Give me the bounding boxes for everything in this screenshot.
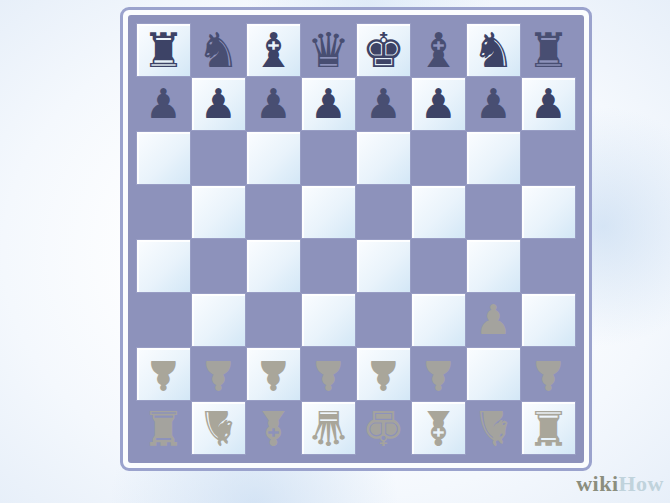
black-bishop-f8: ♝: [417, 26, 460, 74]
square-h5: [521, 185, 576, 239]
white-pawn-c2: ♟: [255, 354, 292, 395]
black-pawn-a7: ♟: [145, 84, 182, 125]
square-e6: [356, 131, 411, 185]
square-c4: [246, 239, 301, 293]
square-h1: ♜: [521, 401, 576, 455]
square-c5: [246, 185, 301, 239]
square-g2: [466, 347, 521, 401]
black-pawn-c7: ♟: [255, 84, 292, 125]
square-h4: [521, 239, 576, 293]
square-b1: ♞: [191, 401, 246, 455]
black-rook-h8: ♜: [527, 26, 570, 74]
black-king-e8: ♚: [362, 26, 405, 74]
black-pawn-b7: ♟: [200, 84, 237, 125]
square-d4: [301, 239, 356, 293]
square-a3: [136, 293, 191, 347]
black-pawn-d7: ♟: [310, 84, 347, 125]
square-e8: ♚: [356, 23, 411, 77]
black-pawn-f7: ♟: [420, 84, 457, 125]
square-b6: [191, 131, 246, 185]
square-a5: [136, 185, 191, 239]
square-g6: [466, 131, 521, 185]
square-a7: ♟: [136, 77, 191, 131]
square-a6: [136, 131, 191, 185]
square-f1: ♝: [411, 401, 466, 455]
square-h2: ♟: [521, 347, 576, 401]
square-g3: ♟: [466, 293, 521, 347]
black-pawn-h7: ♟: [530, 84, 567, 125]
chess-board: ♜♞♝♛♚♝♞♜♟♟♟♟♟♟♟♟♟♟♟♟♟♟♟♟♜♞♝♛♚♝♞♜: [120, 7, 592, 471]
square-h3: [521, 293, 576, 347]
square-a8: ♜: [136, 23, 191, 77]
square-a2: ♟: [136, 347, 191, 401]
square-c7: ♟: [246, 77, 301, 131]
white-rook-a1: ♜: [142, 404, 185, 452]
square-g4: [466, 239, 521, 293]
square-b3: [191, 293, 246, 347]
square-f6: [411, 131, 466, 185]
square-g7: ♟: [466, 77, 521, 131]
watermark-how: How: [619, 471, 665, 496]
white-king-e1: ♚: [362, 404, 405, 452]
square-d2: ♟: [301, 347, 356, 401]
illustration-canvas: ♜♞♝♛♚♝♞♜♟♟♟♟♟♟♟♟♟♟♟♟♟♟♟♟♜♞♝♛♚♝♞♜ wikiHow: [0, 0, 670, 503]
watermark-wiki: wiki: [576, 471, 618, 496]
square-e3: [356, 293, 411, 347]
square-d6: [301, 131, 356, 185]
square-b7: ♟: [191, 77, 246, 131]
square-e7: ♟: [356, 77, 411, 131]
square-f4: [411, 239, 466, 293]
square-c3: [246, 293, 301, 347]
square-g5: [466, 185, 521, 239]
white-bishop-c1: ♝: [252, 404, 295, 452]
black-knight-g8: ♞: [472, 26, 515, 74]
square-d8: ♛: [301, 23, 356, 77]
white-pawn-a2: ♟: [145, 354, 182, 395]
black-queen-d8: ♛: [307, 26, 350, 74]
square-h7: ♟: [521, 77, 576, 131]
square-a4: [136, 239, 191, 293]
white-queen-d1: ♛: [307, 404, 350, 452]
square-d1: ♛: [301, 401, 356, 455]
square-b5: [191, 185, 246, 239]
square-h8: ♜: [521, 23, 576, 77]
white-pawn-b2: ♟: [200, 354, 237, 395]
square-f3: [411, 293, 466, 347]
square-b4: [191, 239, 246, 293]
square-e2: ♟: [356, 347, 411, 401]
square-d5: [301, 185, 356, 239]
black-knight-b8: ♞: [197, 26, 240, 74]
black-pawn-e7: ♟: [365, 84, 402, 125]
wikihow-watermark: wikiHow: [576, 471, 664, 497]
square-c8: ♝: [246, 23, 301, 77]
square-f2: ♟: [411, 347, 466, 401]
white-knight-b1: ♞: [197, 404, 240, 452]
square-f5: [411, 185, 466, 239]
black-pawn-g7: ♟: [475, 84, 512, 125]
square-g1: ♞: [466, 401, 521, 455]
white-rook-h1: ♜: [527, 404, 570, 452]
square-e1: ♚: [356, 401, 411, 455]
white-pawn-g3: ♟: [475, 300, 512, 341]
white-pawn-d2: ♟: [310, 354, 347, 395]
square-b2: ♟: [191, 347, 246, 401]
white-knight-g1: ♞: [472, 404, 515, 452]
white-bishop-f1: ♝: [417, 404, 460, 452]
square-h6: [521, 131, 576, 185]
square-a1: ♜: [136, 401, 191, 455]
white-pawn-e2: ♟: [365, 354, 402, 395]
square-f8: ♝: [411, 23, 466, 77]
white-pawn-f2: ♟: [420, 354, 457, 395]
square-d3: [301, 293, 356, 347]
square-e4: [356, 239, 411, 293]
square-c6: [246, 131, 301, 185]
black-bishop-c8: ♝: [252, 26, 295, 74]
board-grid: ♜♞♝♛♚♝♞♜♟♟♟♟♟♟♟♟♟♟♟♟♟♟♟♟♜♞♝♛♚♝♞♜: [136, 23, 576, 455]
square-c2: ♟: [246, 347, 301, 401]
square-g8: ♞: [466, 23, 521, 77]
square-b8: ♞: [191, 23, 246, 77]
square-e5: [356, 185, 411, 239]
white-pawn-h2: ♟: [530, 354, 567, 395]
square-c1: ♝: [246, 401, 301, 455]
square-f7: ♟: [411, 77, 466, 131]
black-rook-a8: ♜: [142, 26, 185, 74]
board-frame: ♜♞♝♛♚♝♞♜♟♟♟♟♟♟♟♟♟♟♟♟♟♟♟♟♜♞♝♛♚♝♞♜: [128, 15, 584, 463]
square-d7: ♟: [301, 77, 356, 131]
